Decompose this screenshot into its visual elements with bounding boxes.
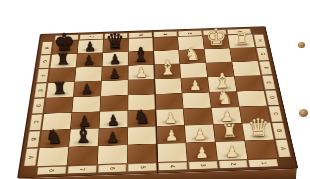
coordinate-label: A bbox=[27, 155, 35, 158]
piece-shadow bbox=[131, 120, 152, 126]
coordinate-label: F bbox=[39, 74, 46, 76]
board-square bbox=[128, 79, 155, 95]
coordinate-label: 7 bbox=[88, 36, 94, 38]
board-square: ♞ bbox=[210, 91, 239, 107]
board-square bbox=[157, 143, 187, 162]
coordinate-label: C bbox=[32, 121, 39, 124]
piece-shadow bbox=[221, 152, 244, 159]
board-square bbox=[72, 96, 100, 112]
board-square bbox=[155, 93, 183, 109]
board-square: ♞ bbox=[128, 110, 156, 127]
board-square bbox=[48, 67, 75, 82]
piece-shadow bbox=[74, 122, 95, 128]
board-square bbox=[232, 61, 260, 76]
piece-shadow bbox=[103, 121, 124, 127]
board-square bbox=[128, 94, 155, 110]
board-square: ♟ bbox=[212, 107, 242, 124]
piece-shadow bbox=[77, 90, 97, 96]
piece-shadow bbox=[191, 153, 214, 160]
board-square bbox=[97, 145, 126, 164]
latch-knob-icon bbox=[299, 109, 308, 117]
piece-shadow bbox=[160, 119, 181, 125]
piece-shadow bbox=[183, 58, 203, 63]
board-square bbox=[237, 90, 267, 106]
coordinate-label: G bbox=[259, 53, 266, 56]
board-square: ♟ bbox=[99, 111, 127, 128]
board-square: ♜ bbox=[228, 34, 255, 48]
board-square: ♟ bbox=[216, 141, 247, 160]
coordinate-label: H bbox=[44, 47, 50, 49]
coordinate-label: 3 bbox=[187, 32, 193, 34]
coordinate-label: F bbox=[262, 67, 269, 69]
board-square: ♜ bbox=[50, 54, 77, 68]
coordinate-label: 2 bbox=[212, 32, 218, 34]
coordinate-label: E bbox=[37, 89, 44, 92]
board-square: ♛ bbox=[103, 39, 128, 53]
piece-shadow bbox=[131, 59, 150, 64]
board-square bbox=[178, 36, 204, 50]
piece-shadow bbox=[50, 91, 71, 97]
board-square: ♜ bbox=[46, 82, 74, 98]
piece-shadow bbox=[212, 85, 233, 91]
coordinate-label: C bbox=[272, 112, 279, 115]
board-square bbox=[180, 63, 207, 78]
board-square bbox=[128, 144, 157, 163]
piece-shadow bbox=[214, 101, 235, 107]
coordinate-label: A bbox=[279, 147, 287, 150]
board-square bbox=[205, 48, 232, 62]
board-square: ♟ bbox=[98, 128, 127, 146]
board-square bbox=[42, 113, 71, 130]
board-square: ♚ bbox=[203, 35, 229, 49]
hinge-knob-icon bbox=[298, 42, 305, 48]
piece-shadow bbox=[216, 117, 238, 123]
chess-board: 87654321 87654321 HGFEDCBA HGFEDCBA ♚♟♛♚… bbox=[17, 26, 298, 178]
piece-shadow bbox=[105, 74, 125, 80]
board-square bbox=[240, 106, 270, 123]
coordinate-label: 4 bbox=[162, 33, 168, 35]
piece-shadow bbox=[232, 42, 252, 47]
coordinate-label: D bbox=[35, 104, 42, 107]
board-square bbox=[100, 95, 127, 111]
coordinate-label: 1 bbox=[236, 31, 242, 33]
piece-shadow bbox=[55, 48, 74, 53]
left-file-plaque: D bbox=[32, 98, 45, 113]
board-square bbox=[44, 97, 73, 113]
left-file-plaque: E bbox=[34, 83, 47, 98]
board-square: ♟ bbox=[76, 53, 102, 67]
board-square bbox=[183, 92, 211, 108]
piece-shadow bbox=[79, 61, 98, 66]
board-square: ♟ bbox=[102, 66, 128, 81]
left-file-plaque: C bbox=[29, 114, 42, 130]
board-square: ♟ bbox=[156, 109, 184, 126]
coordinate-label: 6 bbox=[113, 35, 119, 37]
chess-board-grid: ♚♟♛♚♜♜♟♟♝♞♟♟♝♜♟♟♝♞♟♟♞♟♟♞♝♟♟♟♜♛♟♟ bbox=[37, 34, 277, 166]
coordinate-label: D bbox=[269, 96, 276, 99]
piece-shadow bbox=[106, 47, 125, 52]
board-square bbox=[37, 147, 68, 166]
piece-shadow bbox=[105, 60, 124, 65]
left-file-plaque: G bbox=[39, 55, 51, 68]
piece-shadow bbox=[207, 43, 226, 48]
coordinate-label: 6 bbox=[109, 167, 116, 170]
board-square: ♞ bbox=[179, 49, 205, 63]
board-square: ♚ bbox=[52, 40, 78, 54]
chess-set-photo: 87654321 87654321 HGFEDCBA HGFEDCBA ♚♟♛♚… bbox=[0, 0, 310, 179]
board-square bbox=[245, 140, 277, 159]
board-square: ♟ bbox=[71, 112, 100, 129]
board-square bbox=[184, 108, 213, 125]
coordinate-label: 8 bbox=[64, 37, 70, 39]
board-square: ♟ bbox=[185, 125, 215, 143]
coordinate-label: G bbox=[42, 60, 48, 63]
board-square bbox=[235, 75, 264, 91]
coordinate-label: E bbox=[265, 81, 272, 84]
board-square bbox=[67, 146, 97, 165]
coordinate-label: 5 bbox=[138, 34, 144, 36]
coordinate-label: H bbox=[257, 39, 263, 41]
piece-shadow bbox=[185, 86, 206, 92]
board-square bbox=[153, 37, 178, 51]
left-file-plaque: A bbox=[24, 148, 38, 166]
board-square: ♟ bbox=[187, 142, 218, 161]
board-square: ♟ bbox=[78, 40, 103, 54]
